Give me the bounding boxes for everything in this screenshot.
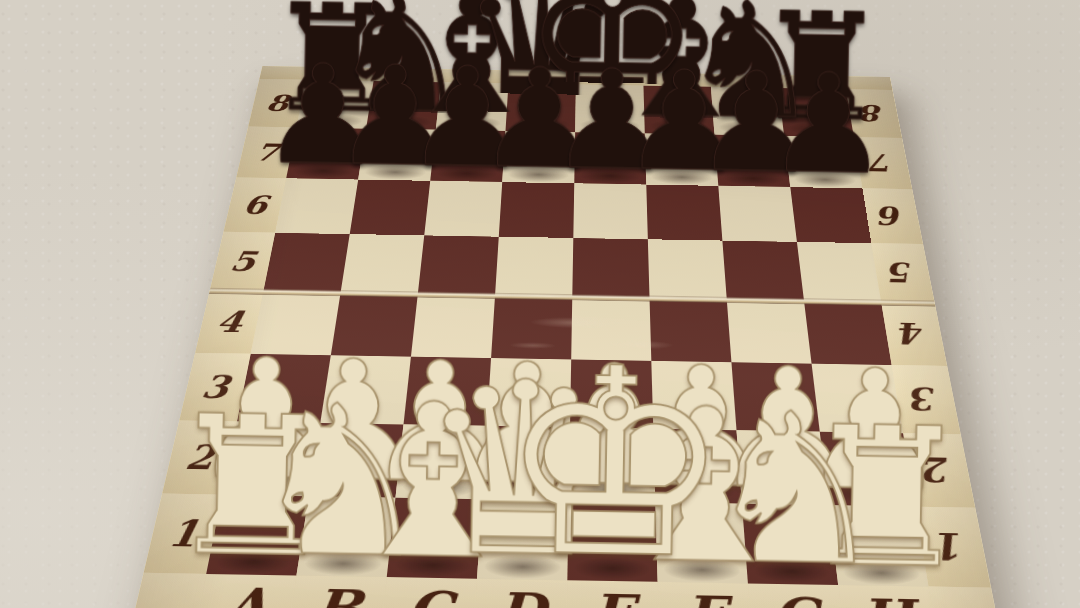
rank-number-rotated: 7 [869, 151, 896, 175]
square-f5 [648, 239, 727, 299]
square-e6 [573, 183, 648, 239]
square-g1: ♞ [742, 504, 838, 585]
square-h7: ♟ [784, 136, 862, 188]
square-e5 [572, 238, 649, 298]
square-b5 [341, 234, 425, 294]
photo-background: 8♜♞♝♛♚♝♞♜87♟♟♟♟♟♟♟♟7665544332♟♟♟♟♟♟♟♟21♜… [0, 0, 1080, 608]
square-c5 [418, 235, 499, 295]
rank-number-rotated: 5 [888, 259, 917, 287]
rank-label-right-6: 6 [862, 188, 923, 244]
square-c6 [424, 181, 502, 237]
rank-number: 6 [241, 192, 270, 218]
square-h5 [797, 242, 881, 302]
rank-number-rotated: 6 [878, 203, 906, 229]
square-a5 [263, 233, 349, 293]
square-g5 [722, 241, 804, 301]
square-d5 [495, 237, 573, 297]
rank-label-right-5: 5 [871, 243, 934, 303]
square-h6 [790, 187, 871, 243]
square-a6 [275, 178, 358, 234]
piece-white-king: ♚ [497, 332, 733, 595]
chessboard: 8♜♞♝♛♚♝♞♜87♟♟♟♟♟♟♟♟7665544332♟♟♟♟♟♟♟♟21♜… [127, 66, 1005, 608]
square-b6 [350, 180, 431, 236]
square-d6 [499, 182, 574, 238]
rank-number: 5 [228, 247, 258, 274]
square-g6 [718, 186, 797, 242]
rank-number-rotated: 8 [861, 102, 887, 125]
square-e1: ♚ [567, 501, 657, 582]
square-f6 [646, 185, 722, 241]
